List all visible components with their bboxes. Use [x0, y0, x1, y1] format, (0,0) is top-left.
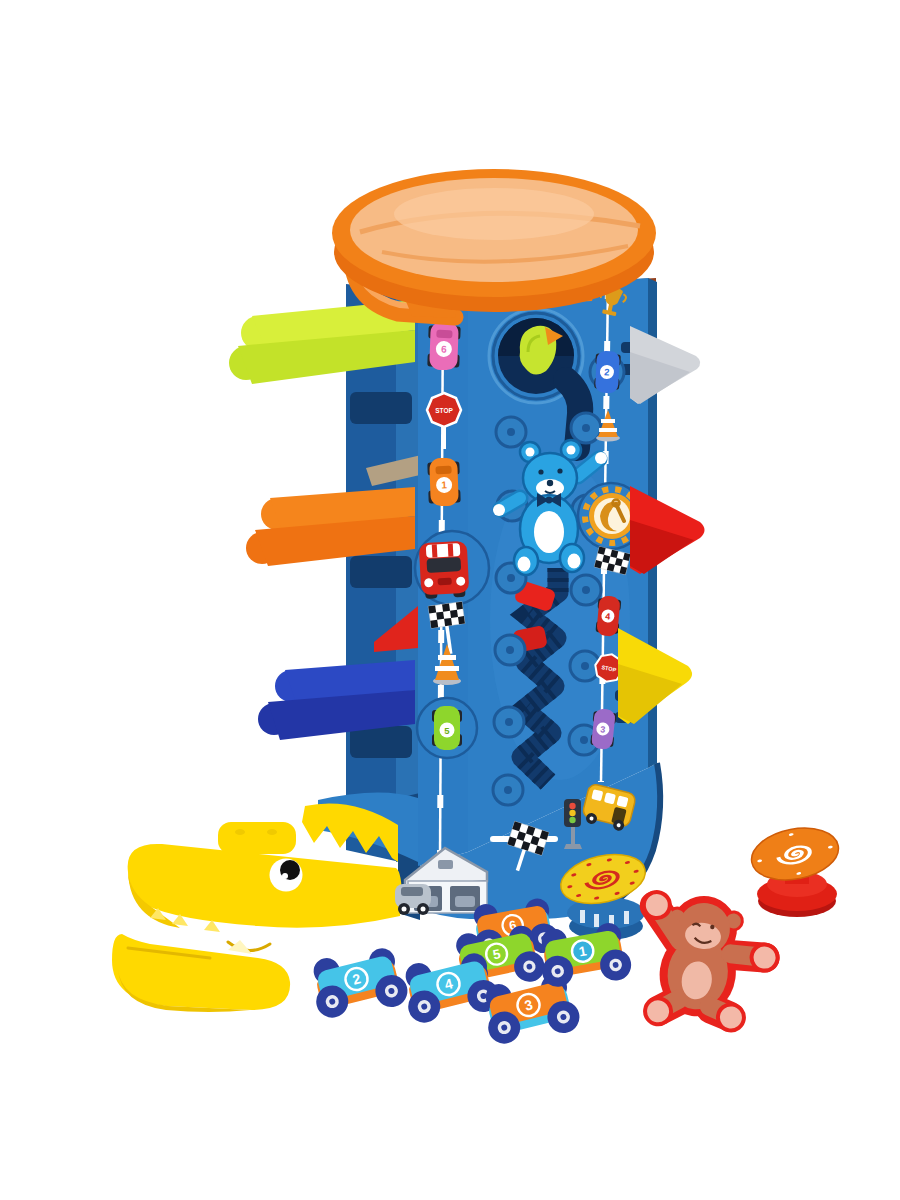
crocodile-head	[128, 844, 402, 928]
toy-product-photo: 6 STOP 1	[0, 0, 900, 1200]
decal-car-purple: 3	[590, 708, 617, 750]
decal-number: 1	[441, 479, 447, 490]
decal-car-pink: 6	[427, 321, 461, 370]
decal-car-green: 5	[417, 698, 477, 758]
crocodile-nostril	[218, 822, 296, 854]
decal-number: 3	[600, 724, 606, 734]
decal-number: 2	[604, 366, 610, 377]
ramp-right-grey	[630, 326, 700, 404]
spinner-red	[747, 821, 843, 917]
decal-racing-car	[415, 531, 489, 605]
toy-illustration: 6 STOP 1	[0, 0, 900, 1200]
decal-car-orange: 1	[427, 457, 461, 506]
decal-number: 4	[605, 611, 611, 621]
toy-car-2: 2	[306, 941, 411, 1025]
decal-number: 5	[444, 725, 450, 736]
monkey-figure	[628, 887, 785, 1039]
ramp-right-red	[630, 486, 705, 574]
decal-number: 6	[441, 343, 447, 354]
stop-label: STOP	[435, 407, 453, 414]
decal-car-red: 4	[595, 595, 621, 637]
